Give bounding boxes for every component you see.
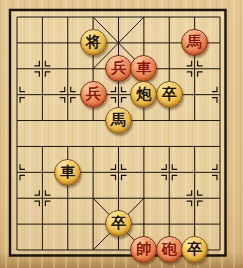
piece-black-soldier[interactable]: 卒 — [181, 236, 208, 263]
piece-glyph: 将 — [86, 35, 101, 50]
piece-black-soldier[interactable]: 卒 — [105, 210, 132, 237]
piece-red-general[interactable]: 帥 — [130, 236, 157, 263]
piece-black-general[interactable]: 将 — [80, 29, 107, 56]
piece-glyph: 馬 — [187, 35, 202, 50]
piece-red-chariot[interactable]: 車 — [130, 55, 157, 82]
piece-glyph: 車 — [136, 61, 151, 76]
piece-black-cannon[interactable]: 炮 — [130, 81, 157, 108]
piece-red-horse[interactable]: 馬 — [181, 29, 208, 56]
xiangqi-board[interactable]: 将馬兵車兵炮卒馬車卒帥砲卒 — [4, 4, 232, 263]
piece-glyph: 卒 — [187, 242, 202, 257]
piece-black-chariot[interactable]: 車 — [54, 159, 81, 186]
piece-red-soldier[interactable]: 兵 — [105, 55, 132, 82]
piece-glyph: 砲 — [162, 242, 177, 257]
piece-glyph: 卒 — [111, 216, 126, 231]
piece-glyph: 帥 — [136, 242, 151, 257]
piece-glyph: 兵 — [111, 61, 126, 76]
piece-black-soldier[interactable]: 卒 — [156, 81, 183, 108]
xiangqi-screenshot: 将馬兵車兵炮卒馬車卒帥砲卒 — [0, 0, 243, 268]
piece-glyph: 兵 — [86, 87, 101, 102]
piece-red-cannon[interactable]: 砲 — [156, 236, 183, 263]
piece-red-soldier[interactable]: 兵 — [80, 81, 107, 108]
piece-glyph: 炮 — [136, 87, 151, 102]
piece-glyph: 車 — [60, 165, 75, 180]
piece-glyph: 卒 — [162, 87, 177, 102]
piece-black-horse[interactable]: 馬 — [105, 107, 132, 134]
piece-glyph: 馬 — [111, 113, 126, 128]
